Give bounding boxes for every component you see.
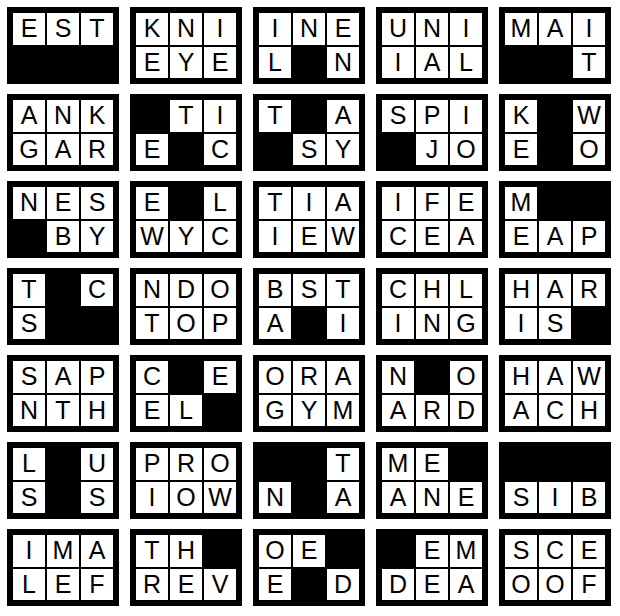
letter-cell: K xyxy=(136,13,168,45)
letter-cell: L xyxy=(13,569,45,601)
letter-cell: I xyxy=(539,482,571,514)
letter-cell: R xyxy=(416,395,448,427)
letter-cell: K xyxy=(81,100,113,132)
letter-cell: I xyxy=(293,187,325,219)
letter-cell: A xyxy=(47,134,79,166)
letter-cell: I xyxy=(204,100,236,132)
puzzle-piece-r1c3[interactable]: INELN xyxy=(253,7,365,84)
letter-cell: S xyxy=(293,274,325,306)
letter-cell: T xyxy=(259,187,291,219)
puzzle-piece-r1c4[interactable]: UNIIAL xyxy=(376,7,488,84)
letter-cell: S xyxy=(13,482,45,514)
letter-cell: C xyxy=(382,274,414,306)
letter-cell: H xyxy=(416,274,448,306)
puzzle-piece-r4c3[interactable]: BSTAI xyxy=(253,268,365,345)
letter-cell: H xyxy=(170,535,202,567)
letter-cell: D xyxy=(327,569,359,601)
black-cell xyxy=(293,482,325,514)
letter-cell: S xyxy=(505,535,537,567)
letter-cell: U xyxy=(81,448,113,480)
letter-cell: A xyxy=(327,482,359,514)
puzzle-piece-r6c2[interactable]: PROIOW xyxy=(130,442,242,519)
letter-cell: E xyxy=(136,187,168,219)
black-cell xyxy=(450,448,482,480)
letter-cell: W xyxy=(204,482,236,514)
letter-cell: I xyxy=(136,482,168,514)
black-cell xyxy=(539,134,571,166)
puzzle-piece-r4c1[interactable]: TCS xyxy=(7,268,119,345)
letter-cell: Y xyxy=(293,395,325,427)
letter-cell: A xyxy=(539,274,571,306)
black-cell xyxy=(259,448,291,480)
letter-cell: A xyxy=(327,187,359,219)
letter-cell: F xyxy=(416,187,448,219)
puzzle-piece-r6c4[interactable]: MEANE xyxy=(376,442,488,519)
letter-cell: L xyxy=(170,395,202,427)
letter-cell: K xyxy=(505,100,537,132)
letter-cell: I xyxy=(382,187,414,219)
letter-cell: A xyxy=(327,361,359,393)
letter-cell: E xyxy=(47,569,79,601)
letter-cell: E xyxy=(416,535,448,567)
letter-cell: P xyxy=(81,361,113,393)
letter-cell: N xyxy=(416,482,448,514)
letter-cell: R xyxy=(136,569,168,601)
puzzle-piece-r3c3[interactable]: TIAIEW xyxy=(253,181,365,258)
letter-cell: S xyxy=(81,482,113,514)
letter-cell: A xyxy=(382,482,414,514)
letter-cell: I xyxy=(450,100,482,132)
letter-cell: E xyxy=(204,361,236,393)
black-cell xyxy=(573,187,605,219)
letter-cell: N xyxy=(416,13,448,45)
letter-cell: O xyxy=(505,569,537,601)
letter-cell: S xyxy=(382,100,414,132)
letter-cell: R xyxy=(81,134,113,166)
letter-cell: L xyxy=(259,47,291,79)
letter-cell: L xyxy=(13,448,45,480)
puzzle-piece-r3c1[interactable]: NESBY xyxy=(7,181,119,258)
letter-cell: M xyxy=(450,535,482,567)
letter-cell: S xyxy=(539,308,571,340)
letter-cell: E xyxy=(416,569,448,601)
letter-cell: S xyxy=(81,187,113,219)
black-cell xyxy=(47,448,79,480)
letter-cell: H xyxy=(81,395,113,427)
letter-cell: N xyxy=(13,395,45,427)
black-cell xyxy=(573,308,605,340)
letter-cell: T xyxy=(13,274,45,306)
black-cell xyxy=(293,308,325,340)
letter-cell: C xyxy=(136,361,168,393)
puzzle-board: ESTKNIEYEINELNUNIIALMAITANKGARTIECTASYSP… xyxy=(0,0,620,616)
letter-cell: E xyxy=(505,134,537,166)
black-cell xyxy=(47,308,79,340)
letter-cell: S xyxy=(13,361,45,393)
letter-cell: E xyxy=(505,221,537,253)
letter-cell: I xyxy=(505,308,537,340)
black-cell xyxy=(13,221,45,253)
letter-cell: I xyxy=(382,308,414,340)
letter-cell: O xyxy=(539,569,571,601)
letter-cell: O xyxy=(573,134,605,166)
black-cell xyxy=(539,448,571,480)
letter-cell: E xyxy=(450,187,482,219)
letter-cell: M xyxy=(327,395,359,427)
puzzle-piece-r4c4[interactable]: CHLING xyxy=(376,268,488,345)
letter-cell: A xyxy=(259,308,291,340)
letter-cell: I xyxy=(259,13,291,45)
letter-cell: E xyxy=(293,535,325,567)
puzzle-piece-r2c2[interactable]: TIEC xyxy=(130,94,242,171)
letter-cell: W xyxy=(327,221,359,253)
letter-cell: E xyxy=(450,482,482,514)
puzzle-piece-r1c1[interactable]: EST xyxy=(7,7,119,84)
letter-cell: L xyxy=(204,187,236,219)
letter-cell: N xyxy=(293,13,325,45)
letter-cell: N xyxy=(47,100,79,132)
letter-cell: P xyxy=(136,448,168,480)
black-cell xyxy=(13,47,45,79)
letter-cell: A xyxy=(539,221,571,253)
letter-cell: O xyxy=(170,482,202,514)
letter-cell: S xyxy=(505,482,537,514)
letter-cell: N xyxy=(327,47,359,79)
letter-cell: D xyxy=(450,395,482,427)
black-cell xyxy=(293,47,325,79)
letter-cell: H xyxy=(573,395,605,427)
black-cell xyxy=(47,274,79,306)
puzzle-piece-r3c4[interactable]: IFECEA xyxy=(376,181,488,258)
letter-cell: O xyxy=(450,361,482,393)
letter-cell: W xyxy=(573,100,605,132)
letter-cell: C xyxy=(204,134,236,166)
letter-cell: T xyxy=(170,100,202,132)
letter-cell: N xyxy=(382,361,414,393)
letter-cell: E xyxy=(136,47,168,79)
black-cell xyxy=(170,134,202,166)
black-cell xyxy=(81,308,113,340)
black-cell xyxy=(136,100,168,132)
letter-cell: E xyxy=(136,395,168,427)
letter-cell: T xyxy=(259,100,291,132)
puzzle-piece-r7c1[interactable]: IMALEF xyxy=(7,529,119,606)
letter-cell: E xyxy=(416,448,448,480)
puzzle-piece-r2c4[interactable]: SPIJO xyxy=(376,94,488,171)
letter-cell: I xyxy=(382,47,414,79)
letter-cell: Y xyxy=(170,221,202,253)
letter-cell: A xyxy=(505,395,537,427)
letter-cell: J xyxy=(416,134,448,166)
black-cell xyxy=(170,187,202,219)
puzzle-piece-r1c2[interactable]: KNIEYE xyxy=(130,7,242,84)
puzzle-piece-r6c5[interactable]: SIB xyxy=(499,442,611,519)
black-cell xyxy=(382,134,414,166)
letter-cell: P xyxy=(416,100,448,132)
black-cell xyxy=(259,134,291,166)
letter-cell: H xyxy=(505,274,537,306)
letter-cell: T xyxy=(136,308,168,340)
puzzle-piece-r5c4[interactable]: NOARD xyxy=(376,355,488,432)
letter-cell: M xyxy=(382,448,414,480)
puzzle-piece-r2c1[interactable]: ANKGAR xyxy=(7,94,119,171)
puzzle-piece-r6c1[interactable]: LUSS xyxy=(7,442,119,519)
letter-cell: N xyxy=(259,482,291,514)
letter-cell: P xyxy=(204,308,236,340)
black-cell xyxy=(539,47,571,79)
puzzle-piece-r5c2[interactable]: CEEL xyxy=(130,355,242,432)
letter-cell: C xyxy=(204,221,236,253)
black-cell xyxy=(170,361,202,393)
letter-cell: L xyxy=(450,47,482,79)
letter-cell: I xyxy=(450,13,482,45)
letter-cell: E xyxy=(204,47,236,79)
letter-cell: T xyxy=(327,274,359,306)
letter-cell: O xyxy=(450,134,482,166)
letter-cell: R xyxy=(170,448,202,480)
puzzle-piece-r2c5[interactable]: KWEO xyxy=(499,94,611,171)
letter-cell: Y xyxy=(327,134,359,166)
letter-cell: A xyxy=(416,47,448,79)
puzzle-piece-r1c5[interactable]: MAIT xyxy=(499,7,611,84)
letter-cell: R xyxy=(293,361,325,393)
puzzle-piece-r6c3[interactable]: TNA xyxy=(253,442,365,519)
letter-cell: O xyxy=(170,308,202,340)
letter-cell: A xyxy=(81,535,113,567)
letter-cell: G xyxy=(13,134,45,166)
letter-cell: R xyxy=(573,274,605,306)
letter-cell: O xyxy=(259,535,291,567)
letter-cell: V xyxy=(204,569,236,601)
black-cell xyxy=(204,535,236,567)
letter-cell: Y xyxy=(170,47,202,79)
letter-cell: I xyxy=(573,13,605,45)
letter-cell: N xyxy=(170,13,202,45)
letter-cell: N xyxy=(136,274,168,306)
black-cell xyxy=(505,47,537,79)
letter-cell: T xyxy=(47,395,79,427)
letter-cell: E xyxy=(47,187,79,219)
letter-cell: I xyxy=(13,535,45,567)
letter-cell: D xyxy=(170,274,202,306)
letter-cell: A xyxy=(47,361,79,393)
letter-cell: E xyxy=(13,13,45,45)
letter-cell: E xyxy=(136,134,168,166)
letter-cell: Y xyxy=(81,221,113,253)
letter-cell: A xyxy=(539,13,571,45)
letter-cell: C xyxy=(539,535,571,567)
letter-cell: C xyxy=(539,395,571,427)
letter-cell: M xyxy=(47,535,79,567)
black-cell xyxy=(293,569,325,601)
black-cell xyxy=(539,100,571,132)
puzzle-piece-r7c5[interactable]: SCEOOF xyxy=(499,529,611,606)
puzzle-piece-r7c4[interactable]: EMDEA xyxy=(376,529,488,606)
letter-cell: A xyxy=(450,221,482,253)
black-cell xyxy=(539,187,571,219)
black-cell xyxy=(293,100,325,132)
letter-cell: A xyxy=(327,100,359,132)
black-cell xyxy=(204,395,236,427)
puzzle-piece-r5c1[interactable]: SAPNTH xyxy=(7,355,119,432)
letter-cell: E xyxy=(170,569,202,601)
letter-cell: W xyxy=(136,221,168,253)
letter-cell: M xyxy=(505,187,537,219)
puzzle-piece-r4c2[interactable]: NDOTOP xyxy=(130,268,242,345)
letter-cell: A xyxy=(382,395,414,427)
letter-cell: F xyxy=(573,569,605,601)
letter-cell: P xyxy=(573,221,605,253)
puzzle-piece-r2c3[interactable]: TASY xyxy=(253,94,365,171)
letter-cell: A xyxy=(450,569,482,601)
puzzle-piece-r5c5[interactable]: HAWACH xyxy=(499,355,611,432)
black-cell xyxy=(505,448,537,480)
black-cell xyxy=(327,535,359,567)
letter-cell: W xyxy=(573,361,605,393)
letter-cell: O xyxy=(204,448,236,480)
letter-cell: T xyxy=(81,13,113,45)
black-cell xyxy=(47,482,79,514)
letter-cell: H xyxy=(505,361,537,393)
letter-cell: N xyxy=(416,308,448,340)
puzzle-piece-r4c5[interactable]: HARIS xyxy=(499,268,611,345)
letter-cell: T xyxy=(327,448,359,480)
letter-cell: B xyxy=(259,274,291,306)
letter-cell: T xyxy=(136,535,168,567)
black-cell xyxy=(47,47,79,79)
black-cell xyxy=(81,47,113,79)
letter-cell: D xyxy=(382,569,414,601)
letter-cell: G xyxy=(259,395,291,427)
black-cell xyxy=(293,448,325,480)
letter-cell: S xyxy=(47,13,79,45)
letter-cell: A xyxy=(13,100,45,132)
puzzle-piece-r3c5[interactable]: MEAP xyxy=(499,181,611,258)
letter-cell: E xyxy=(293,221,325,253)
letter-cell: S xyxy=(13,308,45,340)
letter-cell: I xyxy=(327,308,359,340)
black-cell xyxy=(416,361,448,393)
letter-cell: G xyxy=(450,308,482,340)
letter-cell: M xyxy=(505,13,537,45)
letter-cell: E xyxy=(573,535,605,567)
letter-cell: S xyxy=(293,134,325,166)
black-cell xyxy=(573,448,605,480)
letter-cell: I xyxy=(204,13,236,45)
letter-cell: E xyxy=(327,13,359,45)
letter-cell: T xyxy=(573,47,605,79)
letter-cell: O xyxy=(204,274,236,306)
puzzle-piece-r5c3[interactable]: ORAGYM xyxy=(253,355,365,432)
letter-cell: L xyxy=(450,274,482,306)
letter-cell: O xyxy=(259,361,291,393)
letter-cell: E xyxy=(416,221,448,253)
black-cell xyxy=(382,535,414,567)
puzzle-piece-r3c2[interactable]: ELWYC xyxy=(130,181,242,258)
letter-cell: U xyxy=(382,13,414,45)
letter-cell: E xyxy=(259,569,291,601)
letter-cell: A xyxy=(539,361,571,393)
puzzle-piece-r7c2[interactable]: THREV xyxy=(130,529,242,606)
letter-cell: I xyxy=(259,221,291,253)
letter-cell: N xyxy=(13,187,45,219)
letter-cell: C xyxy=(382,221,414,253)
letter-cell: C xyxy=(81,274,113,306)
letter-cell: F xyxy=(81,569,113,601)
letter-cell: B xyxy=(573,482,605,514)
puzzle-piece-r7c3[interactable]: OEED xyxy=(253,529,365,606)
letter-cell: B xyxy=(47,221,79,253)
